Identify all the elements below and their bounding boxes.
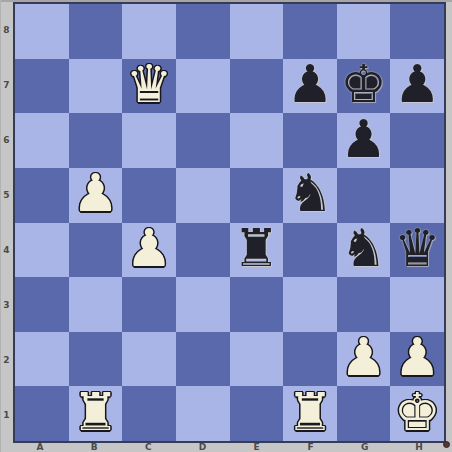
- square-d7[interactable]: [176, 59, 230, 114]
- side-to-move-indicator-dot: [443, 441, 450, 448]
- square-h4[interactable]: ♛: [390, 223, 444, 278]
- square-f7[interactable]: ♟: [283, 59, 337, 114]
- square-g7[interactable]: ♚: [337, 59, 391, 114]
- square-e4[interactable]: ♜: [230, 223, 284, 278]
- white-pawn[interactable]: ♟: [126, 221, 173, 275]
- square-b7[interactable]: [69, 59, 123, 114]
- white-rook[interactable]: ♜: [72, 385, 119, 439]
- black-king[interactable]: ♚: [340, 57, 387, 111]
- square-f8[interactable]: [283, 4, 337, 59]
- white-pawn[interactable]: ♟: [72, 166, 119, 220]
- square-a5[interactable]: [15, 168, 69, 223]
- square-f5[interactable]: ♞: [283, 168, 337, 223]
- white-queen[interactable]: ♛: [126, 57, 173, 111]
- square-c5[interactable]: [122, 168, 176, 223]
- square-a7[interactable]: [15, 59, 69, 114]
- square-b4[interactable]: [69, 223, 123, 278]
- white-king[interactable]: ♚: [394, 385, 441, 439]
- square-h1[interactable]: ♚: [390, 386, 444, 441]
- black-knight[interactable]: ♞: [340, 221, 387, 275]
- square-e7[interactable]: [230, 59, 284, 114]
- black-rook[interactable]: ♜: [233, 221, 280, 275]
- rank-label-1: 1: [0, 388, 13, 443]
- square-d1[interactable]: [176, 386, 230, 441]
- square-e5[interactable]: [230, 168, 284, 223]
- square-f3[interactable]: [283, 277, 337, 332]
- square-f4[interactable]: [283, 223, 337, 278]
- square-b6[interactable]: [69, 113, 123, 168]
- file-label-b: B: [67, 442, 121, 452]
- rank-label-6: 6: [0, 112, 13, 167]
- square-c7[interactable]: ♛: [122, 59, 176, 114]
- black-pawn[interactable]: ♟: [287, 57, 334, 111]
- rank-label-2: 2: [0, 333, 13, 388]
- square-d8[interactable]: [176, 4, 230, 59]
- chess-board-panel: 87654321 ♛♟♚♟♟♟♞♟♜♞♛♟♟♜♜♚ ABCDEFGH: [0, 0, 452, 452]
- square-h8[interactable]: [390, 4, 444, 59]
- square-a3[interactable]: [15, 277, 69, 332]
- square-h6[interactable]: [390, 113, 444, 168]
- square-a6[interactable]: [15, 113, 69, 168]
- file-labels: ABCDEFGH: [13, 442, 446, 452]
- file-label-a: A: [13, 442, 67, 452]
- white-pawn[interactable]: ♟: [394, 330, 441, 384]
- square-d3[interactable]: [176, 277, 230, 332]
- rank-label-8: 8: [0, 2, 13, 57]
- square-c1[interactable]: [122, 386, 176, 441]
- square-e1[interactable]: [230, 386, 284, 441]
- square-a1[interactable]: [15, 386, 69, 441]
- black-pawn[interactable]: ♟: [340, 112, 387, 166]
- square-h3[interactable]: [390, 277, 444, 332]
- file-label-d: D: [175, 442, 229, 452]
- square-c4[interactable]: ♟: [122, 223, 176, 278]
- square-c2[interactable]: [122, 332, 176, 387]
- black-pawn[interactable]: ♟: [394, 57, 441, 111]
- square-g4[interactable]: ♞: [337, 223, 391, 278]
- square-a2[interactable]: [15, 332, 69, 387]
- square-d4[interactable]: [176, 223, 230, 278]
- square-g2[interactable]: ♟: [337, 332, 391, 387]
- square-h5[interactable]: [390, 168, 444, 223]
- square-e8[interactable]: [230, 4, 284, 59]
- rank-label-7: 7: [0, 57, 13, 112]
- file-label-g: G: [338, 442, 392, 452]
- square-b2[interactable]: [69, 332, 123, 387]
- square-e2[interactable]: [230, 332, 284, 387]
- square-c8[interactable]: [122, 4, 176, 59]
- square-b8[interactable]: [69, 4, 123, 59]
- chess-board-frame: ♛♟♚♟♟♟♞♟♜♞♛♟♟♜♜♚: [13, 2, 446, 443]
- square-b1[interactable]: ♜: [69, 386, 123, 441]
- square-b3[interactable]: [69, 277, 123, 332]
- square-g6[interactable]: ♟: [337, 113, 391, 168]
- black-knight[interactable]: ♞: [287, 166, 334, 220]
- square-b5[interactable]: ♟: [69, 168, 123, 223]
- white-pawn[interactable]: ♟: [340, 330, 387, 384]
- file-label-f: F: [284, 442, 338, 452]
- rank-label-4: 4: [0, 223, 13, 278]
- black-queen[interactable]: ♛: [394, 221, 441, 275]
- square-a4[interactable]: [15, 223, 69, 278]
- square-f6[interactable]: [283, 113, 337, 168]
- square-d6[interactable]: [176, 113, 230, 168]
- square-f1[interactable]: ♜: [283, 386, 337, 441]
- square-d2[interactable]: [176, 332, 230, 387]
- rank-labels: 87654321: [0, 2, 13, 443]
- square-a8[interactable]: [15, 4, 69, 59]
- rank-label-3: 3: [0, 278, 13, 333]
- file-label-h: H: [392, 442, 446, 452]
- file-label-c: C: [121, 442, 175, 452]
- square-c3[interactable]: [122, 277, 176, 332]
- square-c6[interactable]: [122, 113, 176, 168]
- square-f2[interactable]: [283, 332, 337, 387]
- square-g8[interactable]: [337, 4, 391, 59]
- square-h7[interactable]: ♟: [390, 59, 444, 114]
- square-h2[interactable]: ♟: [390, 332, 444, 387]
- square-g5[interactable]: [337, 168, 391, 223]
- rank-label-5: 5: [0, 167, 13, 222]
- white-rook[interactable]: ♜: [287, 385, 334, 439]
- square-e3[interactable]: [230, 277, 284, 332]
- chess-board[interactable]: ♛♟♚♟♟♟♞♟♜♞♛♟♟♜♜♚: [15, 4, 444, 441]
- square-g1[interactable]: [337, 386, 391, 441]
- square-g3[interactable]: [337, 277, 391, 332]
- square-e6[interactable]: [230, 113, 284, 168]
- file-label-e: E: [230, 442, 284, 452]
- square-d5[interactable]: [176, 168, 230, 223]
